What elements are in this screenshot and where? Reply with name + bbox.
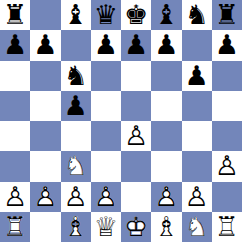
white-pawn[interactable]: ♟♙ <box>91 182 121 212</box>
black-bishop[interactable]: ♝ <box>151 0 181 30</box>
square-c2[interactable]: ♟♙ <box>61 182 91 212</box>
square-h1[interactable]: ♜♖ <box>212 212 242 242</box>
square-d8[interactable]: ♛ <box>91 0 121 30</box>
square-d3[interactable] <box>91 151 121 181</box>
white-pawn[interactable]: ♟♙ <box>182 182 212 212</box>
black-queen[interactable]: ♛ <box>91 0 121 30</box>
square-h7[interactable]: ♟ <box>212 30 242 60</box>
square-b5[interactable] <box>30 91 60 121</box>
square-d7[interactable]: ♟ <box>91 30 121 60</box>
square-c5[interactable]: ♟ <box>61 91 91 121</box>
square-h4[interactable] <box>212 121 242 151</box>
square-g4[interactable] <box>182 121 212 151</box>
square-a1[interactable]: ♜♖ <box>0 212 30 242</box>
black-pawn[interactable]: ♟ <box>151 30 181 60</box>
white-bishop[interactable]: ♝♗ <box>61 212 91 242</box>
square-c8[interactable]: ♝ <box>61 0 91 30</box>
white-piece-outline: ♗ <box>151 212 181 242</box>
white-piece-outline: ♗ <box>61 212 91 242</box>
black-pawn[interactable]: ♟ <box>61 91 91 121</box>
square-f3[interactable] <box>151 151 181 181</box>
square-g3[interactable] <box>182 151 212 181</box>
square-f2[interactable]: ♟♙ <box>151 182 181 212</box>
black-king[interactable]: ♚ <box>121 0 151 30</box>
white-piece-outline: ♙ <box>151 182 181 212</box>
white-rook[interactable]: ♜♖ <box>0 212 30 242</box>
white-piece-outline: ♙ <box>121 121 151 151</box>
chess-board: ♜♝♛♚♝♞♜♟♟♟♟♟♟♞♟♟♟♙♞♘♟♙♟♙♟♙♟♙♟♙♟♙♟♙♜♖♝♗♛♕… <box>0 0 242 242</box>
white-piece-outline: ♙ <box>182 182 212 212</box>
square-g7[interactable] <box>182 30 212 60</box>
square-c3[interactable]: ♞♘ <box>61 151 91 181</box>
white-piece-outline: ♙ <box>91 182 121 212</box>
black-pawn[interactable]: ♟ <box>212 30 242 60</box>
square-d1[interactable]: ♛♕ <box>91 212 121 242</box>
white-king[interactable]: ♚♔ <box>121 212 151 242</box>
square-h5[interactable] <box>212 91 242 121</box>
white-piece-outline: ♘ <box>61 151 91 181</box>
white-piece-outline: ♘ <box>182 212 212 242</box>
square-e4[interactable]: ♟♙ <box>121 121 151 151</box>
square-b6[interactable] <box>30 61 60 91</box>
black-pawn[interactable]: ♟ <box>121 30 151 60</box>
square-g6[interactable]: ♟ <box>182 61 212 91</box>
white-knight[interactable]: ♞♘ <box>182 212 212 242</box>
square-c6[interactable]: ♞ <box>61 61 91 91</box>
square-a8[interactable]: ♜ <box>0 0 30 30</box>
square-b3[interactable] <box>30 151 60 181</box>
square-f8[interactable]: ♝ <box>151 0 181 30</box>
black-rook[interactable]: ♜ <box>212 0 242 30</box>
square-f4[interactable] <box>151 121 181 151</box>
square-h8[interactable]: ♜ <box>212 0 242 30</box>
square-a3[interactable] <box>0 151 30 181</box>
square-e2[interactable] <box>121 182 151 212</box>
black-pawn[interactable]: ♟ <box>0 30 30 60</box>
square-b4[interactable] <box>30 121 60 151</box>
black-pawn[interactable]: ♟ <box>182 61 212 91</box>
white-pawn[interactable]: ♟♙ <box>0 182 30 212</box>
square-d6[interactable] <box>91 61 121 91</box>
square-e1[interactable]: ♚♔ <box>121 212 151 242</box>
square-e7[interactable]: ♟ <box>121 30 151 60</box>
white-pawn[interactable]: ♟♙ <box>30 182 60 212</box>
square-c7[interactable] <box>61 30 91 60</box>
square-c4[interactable] <box>61 121 91 151</box>
black-rook[interactable]: ♜ <box>0 0 30 30</box>
square-g8[interactable]: ♞ <box>182 0 212 30</box>
black-pawn[interactable]: ♟ <box>91 30 121 60</box>
square-f7[interactable]: ♟ <box>151 30 181 60</box>
square-h6[interactable] <box>212 61 242 91</box>
white-pawn[interactable]: ♟♙ <box>212 151 242 181</box>
black-bishop[interactable]: ♝ <box>61 0 91 30</box>
white-rook[interactable]: ♜♖ <box>212 212 242 242</box>
square-e3[interactable] <box>121 151 151 181</box>
square-f5[interactable] <box>151 91 181 121</box>
square-h2[interactable] <box>212 182 242 212</box>
white-pawn[interactable]: ♟♙ <box>151 182 181 212</box>
white-piece-outline: ♔ <box>121 212 151 242</box>
white-pawn[interactable]: ♟♙ <box>61 182 91 212</box>
square-d4[interactable] <box>91 121 121 151</box>
square-d2[interactable]: ♟♙ <box>91 182 121 212</box>
square-b2[interactable]: ♟♙ <box>30 182 60 212</box>
square-c1[interactable]: ♝♗ <box>61 212 91 242</box>
square-a4[interactable] <box>0 121 30 151</box>
black-knight[interactable]: ♞ <box>182 0 212 30</box>
black-knight[interactable]: ♞ <box>61 61 91 91</box>
white-bishop[interactable]: ♝♗ <box>151 212 181 242</box>
white-piece-outline: ♙ <box>61 182 91 212</box>
white-piece-outline: ♙ <box>30 182 60 212</box>
square-b1[interactable] <box>30 212 60 242</box>
square-b7[interactable]: ♟ <box>30 30 60 60</box>
square-f1[interactable]: ♝♗ <box>151 212 181 242</box>
square-a7[interactable]: ♟ <box>0 30 30 60</box>
square-e8[interactable]: ♚ <box>121 0 151 30</box>
square-h3[interactable]: ♟♙ <box>212 151 242 181</box>
square-d5[interactable] <box>91 91 121 121</box>
square-a6[interactable] <box>0 61 30 91</box>
white-piece-outline: ♕ <box>91 212 121 242</box>
white-pawn[interactable]: ♟♙ <box>121 121 151 151</box>
square-e6[interactable] <box>121 61 151 91</box>
square-f6[interactable] <box>151 61 181 91</box>
white-knight[interactable]: ♞♘ <box>61 151 91 181</box>
white-piece-outline: ♙ <box>0 182 30 212</box>
square-a5[interactable] <box>0 91 30 121</box>
square-a2[interactable]: ♟♙ <box>0 182 30 212</box>
square-g2[interactable]: ♟♙ <box>182 182 212 212</box>
black-pawn[interactable]: ♟ <box>30 30 60 60</box>
square-g5[interactable] <box>182 91 212 121</box>
square-b8[interactable] <box>30 0 60 30</box>
square-e5[interactable] <box>121 91 151 121</box>
white-piece-outline: ♖ <box>212 212 242 242</box>
white-queen[interactable]: ♛♕ <box>91 212 121 242</box>
square-g1[interactable]: ♞♘ <box>182 212 212 242</box>
white-piece-outline: ♖ <box>0 212 30 242</box>
white-piece-outline: ♙ <box>212 151 242 181</box>
